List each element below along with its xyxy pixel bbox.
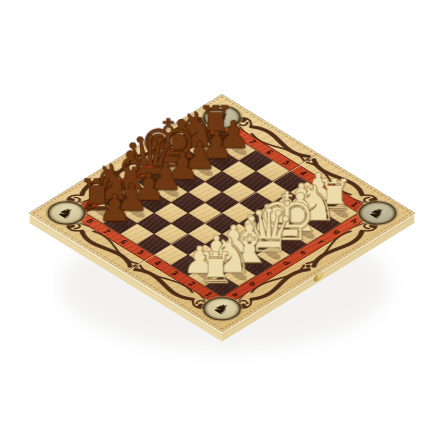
product-photo: 87654321 87654321 hgfedcba hgfedcba ♞♞♞♞… <box>0 0 440 440</box>
cream-rook-glyph: ♜ <box>193 247 237 290</box>
dark-pawn-glyph: ♟ <box>92 189 136 227</box>
knight-icon: ♞ <box>209 109 236 126</box>
